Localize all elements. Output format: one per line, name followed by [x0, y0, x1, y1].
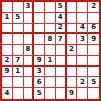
cell-r4c8[interactable]: 3	[77, 34, 88, 45]
cell-r8c1[interactable]	[2, 77, 13, 88]
cell-r6c2[interactable]: 7	[13, 56, 24, 67]
cell-r5c8[interactable]	[77, 45, 88, 56]
cell-r4c9[interactable]: 9	[88, 34, 99, 45]
cell-r1c7[interactable]	[67, 2, 78, 13]
cell-r5c2[interactable]	[13, 45, 24, 56]
cell-r1c1[interactable]	[2, 2, 13, 13]
cell-r1c2[interactable]	[13, 2, 24, 13]
cell-r2c4[interactable]	[34, 13, 45, 24]
cell-r3c2[interactable]	[13, 24, 24, 35]
cell-r4c3[interactable]	[24, 34, 35, 45]
cell-r2c8[interactable]	[77, 13, 88, 24]
cell-r6c7[interactable]	[67, 56, 78, 67]
cell-r1c6[interactable]: 5	[56, 2, 67, 13]
cell-r7c8[interactable]	[77, 67, 88, 78]
cell-r3c8[interactable]: 4	[77, 24, 88, 35]
cell-r6c1[interactable]: 2	[2, 56, 13, 67]
cell-r2c3[interactable]	[24, 13, 35, 24]
cell-r2c6[interactable]: 4	[56, 13, 67, 24]
cell-r9c9[interactable]	[88, 88, 99, 99]
cell-r4c5[interactable]: 8	[45, 34, 56, 45]
cell-r6c8[interactable]	[77, 56, 88, 67]
cell-r1c4[interactable]	[34, 2, 45, 13]
cell-r7c4[interactable]: 3	[34, 67, 45, 78]
cell-r9c2[interactable]	[13, 88, 24, 99]
cell-r9c3[interactable]	[24, 88, 35, 99]
cell-r8c9[interactable]: 5	[88, 77, 99, 88]
cell-r8c7[interactable]	[67, 77, 78, 88]
cell-r1c9[interactable]: 2	[88, 2, 99, 13]
cell-r5c3[interactable]: 8	[24, 45, 35, 56]
cell-r4c6[interactable]: 7	[56, 34, 67, 45]
cell-r3c6[interactable]: 2	[56, 24, 67, 35]
cell-r7c3[interactable]	[24, 67, 35, 78]
cell-r5c7[interactable]: 2	[67, 45, 78, 56]
cell-r5c4[interactable]	[34, 45, 45, 56]
cell-r3c3[interactable]	[24, 24, 35, 35]
cell-r8c4[interactable]: 6	[34, 77, 45, 88]
cell-r6c4[interactable]: 9	[34, 56, 45, 67]
cell-r6c6[interactable]	[56, 56, 67, 67]
cell-r9c4[interactable]: 5	[34, 88, 45, 99]
cell-r6c9[interactable]	[88, 56, 99, 67]
sudoku-board: 3521542468739822791913625459	[0, 0, 101, 101]
cell-r7c6[interactable]	[56, 67, 67, 78]
cell-r9c8[interactable]	[77, 88, 88, 99]
cell-r9c5[interactable]	[45, 88, 56, 99]
cell-r2c9[interactable]	[88, 13, 99, 24]
cell-r5c1[interactable]	[2, 45, 13, 56]
cell-r6c3[interactable]	[24, 56, 35, 67]
cell-r5c5[interactable]	[45, 45, 56, 56]
cell-r9c7[interactable]: 9	[67, 88, 78, 99]
cell-r3c4[interactable]	[34, 24, 45, 35]
cell-r8c5[interactable]	[45, 77, 56, 88]
cell-r5c6[interactable]	[56, 45, 67, 56]
cell-r9c1[interactable]: 4	[2, 88, 13, 99]
cell-r4c2[interactable]	[13, 34, 24, 45]
cell-r4c1[interactable]	[2, 34, 13, 45]
cell-r8c2[interactable]	[13, 77, 24, 88]
cell-r8c6[interactable]	[56, 77, 67, 88]
cell-r2c7[interactable]	[67, 13, 78, 24]
cell-r7c2[interactable]: 1	[13, 67, 24, 78]
cell-r3c9[interactable]: 6	[88, 24, 99, 35]
cell-r4c4[interactable]	[34, 34, 45, 45]
cell-r2c1[interactable]: 1	[2, 13, 13, 24]
cell-r3c1[interactable]	[2, 24, 13, 35]
cell-r3c5[interactable]	[45, 24, 56, 35]
cell-r9c6[interactable]	[56, 88, 67, 99]
cell-r3c7[interactable]	[67, 24, 78, 35]
cell-r4c7[interactable]	[67, 34, 78, 45]
cell-r7c1[interactable]: 9	[2, 67, 13, 78]
cell-r8c3[interactable]	[24, 77, 35, 88]
cell-r2c5[interactable]	[45, 13, 56, 24]
cell-r6c5[interactable]: 1	[45, 56, 56, 67]
cell-r5c9[interactable]	[88, 45, 99, 56]
cell-r2c2[interactable]: 5	[13, 13, 24, 24]
cell-r7c5[interactable]	[45, 67, 56, 78]
cell-r7c9[interactable]	[88, 67, 99, 78]
cell-r1c5[interactable]	[45, 2, 56, 13]
cell-r7c7[interactable]	[67, 67, 78, 78]
cell-r1c3[interactable]: 3	[24, 2, 35, 13]
cell-r8c8[interactable]: 2	[77, 77, 88, 88]
cell-r1c8[interactable]	[77, 2, 88, 13]
